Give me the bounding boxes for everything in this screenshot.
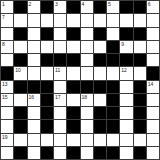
black-cell-r11-c8 <box>107 147 119 159</box>
white-cell-r1-c5[interactable] <box>67 14 79 26</box>
white-cell-r3-c3[interactable] <box>41 41 53 53</box>
white-cell-r5-c5[interactable] <box>67 67 79 79</box>
black-cell-r8-c8 <box>107 107 119 119</box>
black-cell-r6-c10 <box>134 81 146 93</box>
black-cell-r7-c3 <box>41 94 53 106</box>
white-cell-r5-c3[interactable] <box>41 67 53 79</box>
white-cell-r11-c6[interactable] <box>81 147 93 159</box>
black-cell-r6-c5 <box>67 81 79 93</box>
clue-number-12: 12 <box>121 67 127 73</box>
black-cell-r2-c3 <box>41 28 53 40</box>
clue-number-14: 14 <box>148 81 154 87</box>
white-cell-r6-c11[interactable]: 14 <box>147 81 159 93</box>
black-cell-r8-c5 <box>67 107 79 119</box>
white-cell-r7-c9[interactable] <box>120 94 132 106</box>
black-cell-r9-c8 <box>107 120 119 132</box>
black-cell-r6-c3 <box>41 81 53 93</box>
black-cell-r2-c7 <box>94 28 106 40</box>
black-cell-r11-c10 <box>134 147 146 159</box>
white-cell-r2-c8[interactable] <box>107 28 119 40</box>
black-cell-r2-c9 <box>120 28 132 40</box>
black-cell-r9-c3 <box>41 120 53 132</box>
white-cell-r9-c9[interactable] <box>120 120 132 132</box>
clue-number-10: 10 <box>15 67 21 73</box>
white-cell-r7-c0[interactable]: 15 <box>1 94 13 106</box>
white-cell-r0-c11[interactable]: 6 <box>147 1 159 13</box>
white-cell-r5-c4[interactable]: 11 <box>54 67 66 79</box>
white-cell-r1-c2[interactable] <box>28 14 40 26</box>
black-cell-r2-c10 <box>134 28 146 40</box>
white-cell-r4-c0[interactable] <box>1 54 13 66</box>
white-cell-r2-c11[interactable] <box>147 28 159 40</box>
white-cell-r9-c4[interactable] <box>54 120 66 132</box>
white-cell-r2-c2[interactable] <box>28 28 40 40</box>
white-cell-r8-c4[interactable] <box>54 107 66 119</box>
black-cell-r8-c3 <box>41 107 53 119</box>
clue-number-18: 18 <box>82 94 88 100</box>
black-cell-r0-c1 <box>14 1 26 13</box>
white-cell-r10-c3[interactable] <box>41 134 53 146</box>
white-cell-r6-c4[interactable] <box>54 81 66 93</box>
black-cell-r6-c7 <box>94 81 106 93</box>
clue-number-17: 17 <box>55 94 61 100</box>
black-cell-r9-c10 <box>134 120 146 132</box>
clue-number-3: 3 <box>55 1 58 7</box>
white-cell-r11-c4[interactable] <box>54 147 66 159</box>
white-cell-r7-c4[interactable]: 17 <box>54 94 66 106</box>
black-cell-r4-c8 <box>107 54 119 66</box>
white-cell-r0-c2[interactable]: 2 <box>28 1 40 13</box>
white-cell-r2-c6[interactable] <box>81 28 93 40</box>
white-cell-r1-c11[interactable] <box>147 14 159 26</box>
black-cell-r11-c7 <box>94 147 106 159</box>
clue-number-8: 8 <box>2 41 5 47</box>
black-cell-r9-c7 <box>94 120 106 132</box>
clue-number-11: 11 <box>55 67 60 73</box>
white-cell-r2-c4[interactable] <box>54 28 66 40</box>
white-cell-r1-c1[interactable] <box>14 14 26 26</box>
clue-number-6: 6 <box>148 1 151 7</box>
clue-number-4: 4 <box>82 1 85 7</box>
white-cell-r0-c8[interactable]: 5 <box>107 1 119 13</box>
black-cell-r5-c11 <box>147 67 159 79</box>
clue-number-13: 13 <box>2 81 8 87</box>
white-cell-r0-c6[interactable]: 4 <box>81 1 93 13</box>
white-cell-r9-c6[interactable] <box>81 120 93 132</box>
white-cell-r10-c11[interactable] <box>147 134 159 146</box>
white-cell-r11-c2[interactable] <box>28 147 40 159</box>
white-cell-r3-c9[interactable]: 9 <box>120 41 132 53</box>
white-cell-r3-c7[interactable] <box>94 41 106 53</box>
white-cell-r3-c10[interactable] <box>134 41 146 53</box>
black-cell-r0-c7 <box>94 1 106 13</box>
black-cell-r8-c1 <box>14 107 26 119</box>
black-cell-r4-c3 <box>41 54 53 66</box>
black-cell-r0-c5 <box>67 1 79 13</box>
white-cell-r7-c7[interactable] <box>94 94 106 106</box>
white-cell-r10-c1[interactable] <box>14 134 26 146</box>
white-cell-r4-c11[interactable] <box>147 54 159 66</box>
black-cell-r4-c9 <box>120 54 132 66</box>
white-cell-r6-c0[interactable]: 13 <box>1 81 13 93</box>
white-cell-r8-c2[interactable] <box>28 107 40 119</box>
white-cell-r5-c7[interactable] <box>94 67 106 79</box>
white-cell-r7-c6[interactable]: 18 <box>81 94 93 106</box>
white-cell-r2-c0[interactable] <box>1 28 13 40</box>
white-cell-r11-c9[interactable] <box>120 147 132 159</box>
white-cell-r3-c2[interactable] <box>28 41 40 53</box>
white-cell-r7-c1[interactable] <box>14 94 26 106</box>
black-cell-r0-c9 <box>120 1 132 13</box>
clue-number-9: 9 <box>121 41 124 47</box>
black-cell-r11-c1 <box>14 147 26 159</box>
white-cell-r7-c11[interactable] <box>147 94 159 106</box>
clue-number-5: 5 <box>108 1 111 7</box>
white-cell-r1-c10[interactable] <box>134 14 146 26</box>
white-cell-r4-c2[interactable] <box>28 54 40 66</box>
clue-number-16: 16 <box>29 94 35 100</box>
white-cell-r5-c8[interactable] <box>107 67 119 79</box>
white-cell-r7-c5[interactable] <box>67 94 79 106</box>
white-cell-r1-c8[interactable] <box>107 14 119 26</box>
black-cell-r7-c10 <box>134 94 146 106</box>
black-cell-r9-c1 <box>14 120 26 132</box>
black-cell-r11-c5 <box>67 147 79 159</box>
black-cell-r11-c3 <box>41 147 53 159</box>
black-cell-r2-c1 <box>14 28 26 40</box>
white-cell-r1-c7[interactable] <box>94 14 106 26</box>
black-cell-r3-c8 <box>107 41 119 53</box>
white-cell-r11-c0[interactable] <box>1 147 13 159</box>
white-cell-r10-c5[interactable] <box>67 134 79 146</box>
clue-number-2: 2 <box>29 1 32 7</box>
white-cell-r10-c10[interactable] <box>134 134 146 146</box>
clue-number-1: 1 <box>2 1 5 7</box>
crossword-grid: 12345678910111213141516171819 <box>0 0 160 160</box>
white-cell-r3-c11[interactable] <box>147 41 159 53</box>
white-cell-r5-c9[interactable]: 12 <box>120 67 132 79</box>
black-cell-r4-c10 <box>134 54 146 66</box>
crossword-page: 12345678910111213141516171819 <box>0 0 160 160</box>
black-cell-r4-c1 <box>14 54 26 66</box>
white-cell-r5-c2[interactable] <box>28 67 40 79</box>
white-cell-r10-c2[interactable] <box>28 134 40 146</box>
white-cell-r9-c0[interactable] <box>1 120 13 132</box>
white-cell-r3-c4[interactable] <box>54 41 66 53</box>
white-cell-r11-c11[interactable] <box>147 147 159 159</box>
white-cell-r5-c1[interactable]: 10 <box>14 67 26 79</box>
black-cell-r0-c3 <box>41 1 53 13</box>
white-cell-r1-c3[interactable] <box>41 14 53 26</box>
white-cell-r9-c2[interactable] <box>28 120 40 132</box>
black-cell-r4-c4 <box>54 54 66 66</box>
clue-number-15: 15 <box>2 94 8 100</box>
white-cell-r10-c0[interactable]: 19 <box>1 134 13 146</box>
white-cell-r10-c7[interactable] <box>94 134 106 146</box>
clue-number-7: 7 <box>2 14 5 20</box>
black-cell-r6-c2 <box>28 81 40 93</box>
white-cell-r8-c9[interactable] <box>120 107 132 119</box>
white-cell-r8-c6[interactable] <box>81 107 93 119</box>
black-cell-r7-c8 <box>107 94 119 106</box>
black-cell-r8-c10 <box>134 107 146 119</box>
black-cell-r6-c8 <box>107 81 119 93</box>
black-cell-r0-c10 <box>134 1 146 13</box>
white-cell-r10-c4[interactable] <box>54 134 66 146</box>
white-cell-r1-c6[interactable] <box>81 14 93 26</box>
white-cell-r10-c8[interactable] <box>107 134 119 146</box>
clue-number-19: 19 <box>2 134 8 140</box>
white-cell-r10-c9[interactable] <box>120 134 132 146</box>
white-cell-r8-c0[interactable] <box>1 107 13 119</box>
white-cell-r1-c9[interactable] <box>120 14 132 26</box>
white-cell-r6-c9[interactable] <box>120 81 132 93</box>
black-cell-r2-c5 <box>67 28 79 40</box>
white-cell-r10-c6[interactable] <box>81 134 93 146</box>
black-cell-r6-c6 <box>81 81 93 93</box>
black-cell-r9-c5 <box>67 120 79 132</box>
white-cell-r4-c6[interactable] <box>81 54 93 66</box>
white-cell-r9-c11[interactable] <box>147 120 159 132</box>
black-cell-r6-c1 <box>14 81 26 93</box>
white-cell-r8-c11[interactable] <box>147 107 159 119</box>
white-cell-r1-c4[interactable] <box>54 14 66 26</box>
white-cell-r3-c0[interactable]: 8 <box>1 41 13 53</box>
black-cell-r4-c5 <box>67 54 79 66</box>
white-cell-r5-c10[interactable] <box>134 67 146 79</box>
white-cell-r7-c2[interactable]: 16 <box>28 94 40 106</box>
white-cell-r1-c0[interactable]: 7 <box>1 14 13 26</box>
white-cell-r3-c5[interactable] <box>67 41 79 53</box>
white-cell-r3-c6[interactable] <box>81 41 93 53</box>
black-cell-r4-c7 <box>94 54 106 66</box>
white-cell-r3-c1[interactable] <box>14 41 26 53</box>
black-cell-r8-c7 <box>94 107 106 119</box>
white-cell-r0-c4[interactable]: 3 <box>54 1 66 13</box>
white-cell-r5-c6[interactable] <box>81 67 93 79</box>
white-cell-r0-c0[interactable]: 1 <box>1 1 13 13</box>
black-cell-r5-c0 <box>1 67 13 79</box>
